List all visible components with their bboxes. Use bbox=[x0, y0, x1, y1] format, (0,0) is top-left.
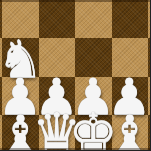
square-d4[interactable] bbox=[39, 0, 76, 38]
square-f4[interactable] bbox=[112, 0, 148, 38]
chess-board: ♞♟♟♟♟♝♛♚♝ bbox=[0, 0, 150, 150]
board-bottom-bevel bbox=[0, 148, 150, 150]
square-g4[interactable] bbox=[148, 0, 151, 38]
chess-app-viewport: ♞♟♟♟♟♝♛♚♝ bbox=[0, 0, 150, 150]
square-e1[interactable]: ♚ bbox=[75, 115, 112, 150]
board-top-bevel bbox=[0, 0, 150, 2]
white-bishop[interactable]: ♝ bbox=[107, 109, 150, 151]
square-f1[interactable]: ♝ bbox=[112, 115, 148, 150]
square-e4[interactable] bbox=[75, 0, 112, 38]
